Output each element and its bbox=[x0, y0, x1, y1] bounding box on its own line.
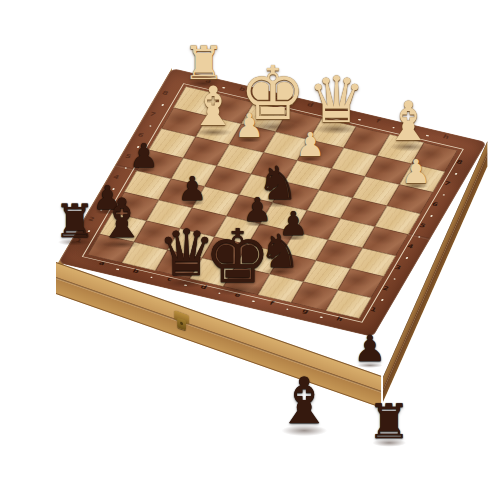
latch-pin bbox=[180, 321, 183, 325]
inlay-dot bbox=[405, 257, 408, 259]
piece-dark-king-e1[interactable]: ♚ bbox=[204, 219, 270, 293]
file-label-far-h: h bbox=[442, 134, 450, 140]
piece-dark-bishop-b2[interactable]: ♝ bbox=[98, 192, 146, 246]
inlay-dot bbox=[161, 104, 164, 106]
rank-label-right-7: 7 bbox=[443, 181, 451, 187]
file-label-near-h: h bbox=[335, 316, 343, 322]
inlay-dot bbox=[149, 125, 152, 127]
rank-label-right-2: 2 bbox=[381, 286, 389, 292]
piece-light-pawn-e7[interactable]: ♟ bbox=[295, 128, 325, 161]
file-label-near-b: b bbox=[131, 268, 139, 274]
inlay-dot bbox=[124, 167, 127, 169]
inlay-dot bbox=[116, 268, 119, 270]
rank-label-right-4: 4 bbox=[406, 244, 414, 250]
piece-dark-rook-a1[interactable]: ♜ bbox=[54, 198, 95, 244]
piece-light-bishop-g8[interactable]: ♝ bbox=[384, 95, 432, 149]
piece-dark-pawn-a5[interactable]: ♟ bbox=[129, 139, 159, 172]
rank-label-right-3: 3 bbox=[394, 265, 402, 271]
chess-set-product-photo: aabbccddeeffgghh1122334455667788 ♜♝♟♚♛♟♝… bbox=[0, 0, 500, 500]
piece-dark-pawn-offboard-0[interactable]: ♟ bbox=[354, 331, 386, 367]
rank-label-right-8: 8 bbox=[455, 160, 463, 166]
piece-dark-bishop-offboard-1[interactable]: ♝ bbox=[275, 369, 332, 433]
inlay-dot bbox=[150, 276, 153, 278]
piece-light-pawn-h7[interactable]: ♟ bbox=[401, 154, 431, 187]
inlay-dot bbox=[442, 194, 445, 196]
piece-light-bishop-b7[interactable]: ♝ bbox=[189, 80, 237, 134]
piece-light-pawn-c7[interactable]: ♟ bbox=[234, 109, 264, 142]
inlay-dot bbox=[320, 316, 323, 318]
inlay-dot bbox=[417, 236, 420, 238]
inlay-dot bbox=[286, 308, 289, 310]
rank-label-left-8: 8 bbox=[161, 90, 169, 96]
inlay-dot bbox=[252, 300, 255, 302]
inlay-dot bbox=[454, 173, 457, 175]
rank-label-right-5: 5 bbox=[418, 223, 426, 229]
rank-label-left-7: 7 bbox=[148, 111, 156, 117]
file-label-far-f: f bbox=[375, 118, 381, 124]
rank-label-right-6: 6 bbox=[430, 202, 438, 208]
rank-label-right-1: 1 bbox=[369, 307, 377, 313]
file-label-near-f: f bbox=[268, 301, 274, 307]
file-label-near-g: g bbox=[301, 308, 309, 314]
piece-dark-pawn-c4[interactable]: ♟ bbox=[178, 172, 208, 205]
latch[interactable] bbox=[172, 310, 192, 334]
piece-dark-rook-offboard-2[interactable]: ♜ bbox=[367, 397, 410, 445]
file-label-near-a: a bbox=[98, 260, 106, 266]
inlay-dot bbox=[393, 278, 396, 280]
piece-light-queen-e8[interactable]: ♛ bbox=[308, 68, 365, 132]
inlay-dot bbox=[430, 215, 433, 217]
inlay-dot bbox=[381, 299, 384, 301]
